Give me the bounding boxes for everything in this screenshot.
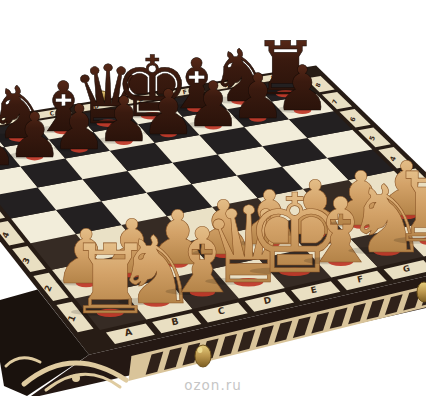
piece-black-pawn-h7: ♟ xyxy=(275,52,331,125)
piece-glyph: ♜ xyxy=(390,152,426,264)
piece-glyph: ♟ xyxy=(275,52,331,125)
brass-clasp-highlight xyxy=(198,347,203,353)
piece-white-rook-h1: ♜ xyxy=(390,152,426,264)
brass-clasp-center xyxy=(195,345,211,367)
watermark: ozon.ru xyxy=(0,377,426,393)
chess-set-photo: AABBCCDDEEFFGGHH1122334455667788♜♞♝♛♚♝♞♜… xyxy=(0,0,426,396)
chess-board: AABBCCDDEEFFGGHH1122334455667788♜♞♝♛♚♝♞♜… xyxy=(0,0,426,396)
